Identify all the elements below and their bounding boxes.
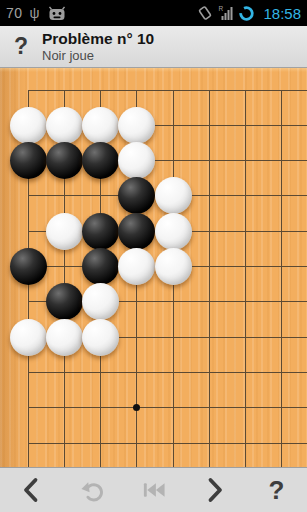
signal-roaming-icon: R xyxy=(218,5,233,21)
usb-icon: ψ xyxy=(30,6,40,20)
chevron-left-icon xyxy=(21,476,41,504)
grid-line-vertical xyxy=(209,90,210,467)
go-board[interactable] xyxy=(0,68,307,467)
problem-help-icon: ? xyxy=(0,35,42,58)
grid-line-horizontal xyxy=(28,90,307,91)
grid-line-vertical xyxy=(245,90,246,467)
previous-problem-button[interactable] xyxy=(0,468,61,512)
battery-percent-text: 70 xyxy=(6,5,23,21)
black-stone xyxy=(118,213,155,250)
white-stone xyxy=(46,213,83,250)
sync-circle-icon xyxy=(238,5,255,22)
black-stone xyxy=(82,142,119,179)
white-stone xyxy=(82,107,119,144)
rotate-phone-icon xyxy=(197,5,213,21)
title-bar: ? Problème n° 10 Noir joue xyxy=(0,26,307,68)
black-stone xyxy=(82,213,119,250)
black-stone xyxy=(82,248,119,285)
white-stone xyxy=(118,107,155,144)
grid-line-horizontal xyxy=(28,443,307,444)
white-stone xyxy=(155,177,192,214)
white-stone xyxy=(10,319,47,356)
chevron-right-icon xyxy=(205,476,225,504)
page-title: Problème n° 10 xyxy=(42,29,154,48)
grid-line-horizontal xyxy=(28,372,307,373)
cyanogenmod-mascot-icon xyxy=(47,6,67,21)
grid-line-vertical xyxy=(281,90,282,467)
black-stone xyxy=(46,283,83,320)
black-stone xyxy=(46,142,83,179)
status-bar: 70 ψ R 18: xyxy=(0,0,307,26)
undo-arrow-icon xyxy=(81,479,104,502)
white-stone xyxy=(155,248,192,285)
hoshi-point xyxy=(133,404,140,411)
white-stone xyxy=(82,319,119,356)
white-stone xyxy=(118,142,155,179)
white-stone xyxy=(118,248,155,285)
question-mark-icon: ? xyxy=(268,477,284,503)
white-stone xyxy=(155,213,192,250)
phone-screen: 70 ψ R 18: xyxy=(0,0,307,512)
black-stone xyxy=(10,142,47,179)
rewind-icon xyxy=(141,480,166,500)
white-stone xyxy=(46,107,83,144)
white-stone xyxy=(10,107,47,144)
svg-text:R: R xyxy=(219,5,224,12)
hint-button[interactable]: ? xyxy=(246,468,307,512)
status-bar-left: 70 ψ xyxy=(6,5,67,21)
black-stone xyxy=(118,177,155,214)
white-stone xyxy=(82,283,119,320)
next-problem-button[interactable] xyxy=(184,468,245,512)
black-stone xyxy=(10,248,47,285)
status-bar-right: R 18:58 xyxy=(197,5,301,22)
clock-text: 18:58 xyxy=(263,5,301,22)
grid-line-horizontal xyxy=(28,407,307,408)
rewind-to-start-button[interactable] xyxy=(123,468,184,512)
turn-indicator: Noir joue xyxy=(42,48,154,64)
undo-move-button[interactable] xyxy=(61,468,122,512)
title-texts: Problème n° 10 Noir joue xyxy=(42,29,154,64)
navigation-toolbar: ? xyxy=(0,467,307,512)
white-stone xyxy=(46,319,83,356)
